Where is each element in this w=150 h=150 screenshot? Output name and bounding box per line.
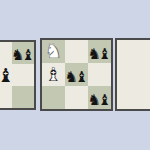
white-bishop-icon: ♝♗	[45, 65, 63, 85]
board-cell: ♞♘	[42, 40, 65, 63]
board-cell	[0, 42, 12, 64]
board-cell	[12, 64, 34, 86]
middle-chess-board-panel[interactable]: ♞♘♞♝♝♗♞♝♞♝	[40, 38, 113, 111]
screenshot-canvas: ♞♝♝ ♞♘♞♝♝♗♞♝♞♝	[0, 0, 150, 150]
board-cell: ♞♝	[88, 86, 111, 109]
board-cell: ♞♝	[65, 63, 88, 86]
black-bishop-icon: ♝	[98, 47, 111, 62]
board-cell: ♝	[0, 64, 12, 86]
board-cell	[88, 63, 111, 86]
board-cell	[65, 86, 88, 109]
board-cell	[0, 86, 12, 108]
black-bishop-icon: ♝	[0, 66, 12, 85]
board-cell	[65, 40, 88, 63]
board-cell: ♝♗	[42, 63, 65, 86]
board-cell: ♞♝	[88, 40, 111, 63]
black-bishop-icon: ♝	[22, 48, 35, 63]
white-knight-icon: ♞♘	[43, 41, 65, 62]
board-cell	[12, 86, 34, 108]
black-bishop-icon: ♝	[75, 70, 88, 85]
black-bishop-icon: ♝	[98, 93, 111, 108]
board-cell	[42, 86, 65, 109]
number-grid-panel[interactable]	[115, 38, 150, 111]
left-chess-board-panel[interactable]: ♞♝♝	[0, 40, 36, 110]
board-cell: ♞♝	[12, 42, 34, 64]
